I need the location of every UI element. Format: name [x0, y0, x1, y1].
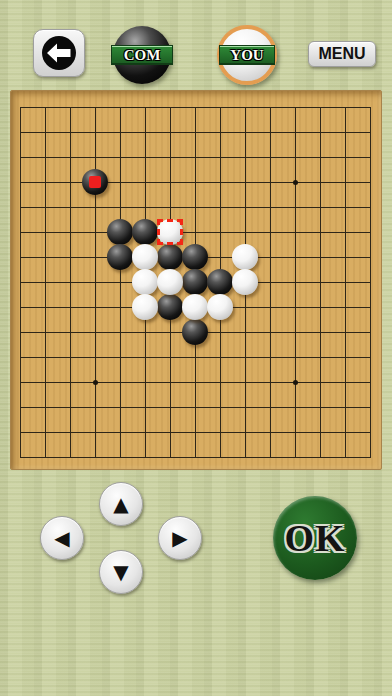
placement-cursor: [157, 219, 183, 245]
dpad-up-button[interactable]: ▲: [99, 482, 143, 526]
down-triangle-icon: ▼: [113, 562, 128, 582]
last-move-marker: [89, 176, 101, 188]
black-stone: [157, 294, 183, 320]
black-stone: [182, 319, 208, 345]
left-triangle-icon: ◀: [54, 528, 69, 548]
white-stone: [232, 244, 258, 270]
white-stone: [182, 294, 208, 320]
dpad-right-button[interactable]: ▶: [158, 516, 202, 560]
ok-label: OK: [284, 519, 345, 557]
black-stone: [157, 244, 183, 270]
right-triangle-icon: ▶: [172, 528, 187, 548]
star-point: [293, 180, 298, 185]
white-stone: [232, 269, 258, 295]
menu-label: MENU: [318, 45, 365, 63]
white-stone: [132, 244, 158, 270]
app-screen: COM YOU MENU ▲ ◀ ▶ ▼ OK: [0, 0, 392, 696]
dpad-down-button[interactable]: ▼: [99, 550, 143, 594]
black-stone: [107, 219, 133, 245]
you-band: YOU: [219, 45, 275, 65]
black-stone: [182, 269, 208, 295]
white-stone: [157, 269, 183, 295]
you-player-indicator-turn-highlight: YOU: [217, 25, 277, 85]
black-stone: [207, 269, 233, 295]
star-point: [293, 380, 298, 385]
back-arrow-icon: [41, 35, 77, 71]
com-label: COM: [124, 48, 161, 63]
ok-button[interactable]: OK: [273, 496, 357, 580]
white-stone: [132, 269, 158, 295]
menu-button[interactable]: MENU: [308, 41, 376, 67]
com-player-indicator: COM: [113, 26, 171, 84]
game-board[interactable]: [10, 90, 382, 470]
black-stone: [182, 244, 208, 270]
black-stone: [132, 219, 158, 245]
white-stone: [207, 294, 233, 320]
you-label: YOU: [230, 48, 263, 63]
com-band: COM: [111, 45, 173, 65]
black-stone: [107, 244, 133, 270]
star-point: [93, 380, 98, 385]
white-stone: [132, 294, 158, 320]
up-triangle-icon: ▲: [113, 494, 128, 514]
dpad-left-button[interactable]: ◀: [40, 516, 84, 560]
back-button[interactable]: [33, 29, 85, 77]
